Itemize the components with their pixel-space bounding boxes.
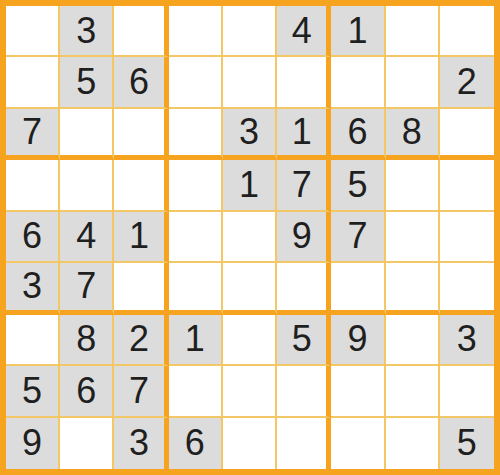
cell-r5c3[interactable]: 1 xyxy=(114,212,168,263)
cell-r6c5[interactable] xyxy=(223,263,277,314)
cell-r7c6[interactable]: 5 xyxy=(277,315,331,366)
cell-r6c8[interactable] xyxy=(386,263,440,314)
cell-r2c3[interactable]: 6 xyxy=(114,57,168,108)
cell-r7c4[interactable]: 1 xyxy=(169,315,223,366)
cell-r3c6[interactable]: 1 xyxy=(277,109,331,160)
cell-r5c2[interactable]: 4 xyxy=(60,212,114,263)
cell-r8c3[interactable]: 7 xyxy=(114,366,168,417)
cell-r7c8[interactable] xyxy=(386,315,440,366)
cell-r1c1[interactable] xyxy=(6,6,60,57)
cell-r5c9[interactable] xyxy=(440,212,494,263)
cell-r8c5[interactable] xyxy=(223,366,277,417)
cell-r6c6[interactable] xyxy=(277,263,331,314)
cell-r2c7[interactable] xyxy=(331,57,385,108)
cell-r2c6[interactable] xyxy=(277,57,331,108)
cell-r4c3[interactable] xyxy=(114,160,168,211)
cell-r9c5[interactable] xyxy=(223,418,277,469)
cell-r7c9[interactable]: 3 xyxy=(440,315,494,366)
cell-r2c4[interactable] xyxy=(169,57,223,108)
cell-r8c9[interactable] xyxy=(440,366,494,417)
cell-r3c1[interactable]: 7 xyxy=(6,109,60,160)
cell-r2c2[interactable]: 5 xyxy=(60,57,114,108)
cell-r3c7[interactable]: 6 xyxy=(331,109,385,160)
cell-r9c3[interactable]: 3 xyxy=(114,418,168,469)
cell-r1c3[interactable] xyxy=(114,6,168,57)
cell-r3c4[interactable] xyxy=(169,109,223,160)
cell-r3c3[interactable] xyxy=(114,109,168,160)
cell-r5c8[interactable] xyxy=(386,212,440,263)
cell-r3c8[interactable]: 8 xyxy=(386,109,440,160)
cell-r9c4[interactable]: 6 xyxy=(169,418,223,469)
cell-r4c8[interactable] xyxy=(386,160,440,211)
cell-r7c7[interactable]: 9 xyxy=(331,315,385,366)
sudoku-board: 3415627316817564197378215935679365 xyxy=(0,0,500,475)
cell-r1c6[interactable]: 4 xyxy=(277,6,331,57)
cell-r9c2[interactable] xyxy=(60,418,114,469)
cell-r9c9[interactable]: 5 xyxy=(440,418,494,469)
cell-r5c7[interactable]: 7 xyxy=(331,212,385,263)
cell-r5c1[interactable]: 6 xyxy=(6,212,60,263)
cell-r6c2[interactable]: 7 xyxy=(60,263,114,314)
cell-r8c8[interactable] xyxy=(386,366,440,417)
cell-r4c6[interactable]: 7 xyxy=(277,160,331,211)
cell-r3c5[interactable]: 3 xyxy=(223,109,277,160)
cell-r6c3[interactable] xyxy=(114,263,168,314)
cell-r6c9[interactable] xyxy=(440,263,494,314)
cell-r8c7[interactable] xyxy=(331,366,385,417)
cell-r7c2[interactable]: 8 xyxy=(60,315,114,366)
cell-r4c5[interactable]: 1 xyxy=(223,160,277,211)
cell-r9c8[interactable] xyxy=(386,418,440,469)
cell-r1c8[interactable] xyxy=(386,6,440,57)
cell-r2c9[interactable]: 2 xyxy=(440,57,494,108)
cell-r3c9[interactable] xyxy=(440,109,494,160)
cell-r8c2[interactable]: 6 xyxy=(60,366,114,417)
cell-r7c3[interactable]: 2 xyxy=(114,315,168,366)
cell-r2c8[interactable] xyxy=(386,57,440,108)
cell-r1c7[interactable]: 1 xyxy=(331,6,385,57)
cell-r5c6[interactable]: 9 xyxy=(277,212,331,263)
cell-r4c9[interactable] xyxy=(440,160,494,211)
cell-r1c9[interactable] xyxy=(440,6,494,57)
cell-r5c5[interactable] xyxy=(223,212,277,263)
cell-r6c7[interactable] xyxy=(331,263,385,314)
cell-r6c4[interactable] xyxy=(169,263,223,314)
cell-r6c1[interactable]: 3 xyxy=(6,263,60,314)
cell-r4c4[interactable] xyxy=(169,160,223,211)
cell-r9c6[interactable] xyxy=(277,418,331,469)
cell-r7c1[interactable] xyxy=(6,315,60,366)
cell-r5c4[interactable] xyxy=(169,212,223,263)
cell-r3c2[interactable] xyxy=(60,109,114,160)
cell-r7c5[interactable] xyxy=(223,315,277,366)
cell-r2c1[interactable] xyxy=(6,57,60,108)
cell-r1c2[interactable]: 3 xyxy=(60,6,114,57)
cell-r4c7[interactable]: 5 xyxy=(331,160,385,211)
cell-r4c2[interactable] xyxy=(60,160,114,211)
cell-r4c1[interactable] xyxy=(6,160,60,211)
cell-r8c6[interactable] xyxy=(277,366,331,417)
cell-r9c7[interactable] xyxy=(331,418,385,469)
cell-r8c4[interactable] xyxy=(169,366,223,417)
cell-r1c4[interactable] xyxy=(169,6,223,57)
cell-r2c5[interactable] xyxy=(223,57,277,108)
cell-r9c1[interactable]: 9 xyxy=(6,418,60,469)
cell-r1c5[interactable] xyxy=(223,6,277,57)
cell-r8c1[interactable]: 5 xyxy=(6,366,60,417)
